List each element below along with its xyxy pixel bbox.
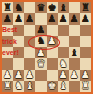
piece-white-pawn: ♟ xyxy=(70,70,79,80)
square-g1[interactable] xyxy=(69,81,80,92)
piece-black-pawn: ♟ xyxy=(48,14,57,24)
piece-black-pawn: ♟ xyxy=(36,25,45,35)
piece-black-rook: ♜ xyxy=(3,3,12,13)
square-e7[interactable]: ♟ xyxy=(47,13,58,24)
piece-black-pawn: ♟ xyxy=(3,14,12,24)
square-h1[interactable]: ♜ xyxy=(80,81,91,92)
square-f2[interactable]: ♟ xyxy=(58,70,69,81)
piece-black-bishop: ♝ xyxy=(59,3,68,13)
square-c7[interactable]: ♟ xyxy=(24,13,35,24)
square-e3[interactable] xyxy=(47,58,58,69)
piece-white-knight: ♞ xyxy=(59,59,68,69)
square-f1[interactable]: ♝ xyxy=(58,81,69,92)
square-b7[interactable]: ♟ xyxy=(13,13,24,24)
square-f8[interactable]: ♝ xyxy=(58,2,69,13)
square-h8[interactable]: ♜ xyxy=(80,2,91,13)
square-f3[interactable]: ♞ xyxy=(58,58,69,69)
piece-black-king: ♚ xyxy=(48,3,57,13)
square-a8[interactable]: ♜ xyxy=(2,2,13,13)
piece-black-knight: ♞ xyxy=(14,3,23,13)
annotation-text-line2: trick xyxy=(2,38,17,45)
annotation-text-line1: Best xyxy=(2,26,17,33)
square-h6[interactable] xyxy=(80,25,91,36)
piece-black-pawn: ♟ xyxy=(25,14,34,24)
piece-white-knight: ♞ xyxy=(14,81,23,91)
piece-black-queen: ♛ xyxy=(36,3,45,13)
piece-black-pawn: ♟ xyxy=(70,14,79,24)
piece-white-pawn: ♟ xyxy=(14,70,23,80)
piece-white-bishop: ♝ xyxy=(59,81,68,91)
piece-white-pawn: ♟ xyxy=(59,70,68,80)
piece-black-pawn: ♟ xyxy=(14,14,23,24)
piece-black-pawn: ♟ xyxy=(59,14,68,24)
square-d2[interactable] xyxy=(35,70,46,81)
square-b3[interactable] xyxy=(13,58,24,69)
square-a7[interactable]: ♟ xyxy=(2,13,13,24)
square-e1[interactable]: ♚ xyxy=(47,81,58,92)
square-g4[interactable]: ♝ xyxy=(69,47,80,58)
square-d1[interactable] xyxy=(35,81,46,92)
piece-white-pawn: ♟ xyxy=(3,70,12,80)
square-c3[interactable] xyxy=(24,58,35,69)
square-g6[interactable] xyxy=(69,25,80,36)
piece-white-pawn: ♟ xyxy=(25,70,34,80)
annotation-text-line3: ever! xyxy=(2,49,19,56)
square-c6[interactable] xyxy=(24,25,35,36)
square-h7[interactable]: ♟ xyxy=(80,13,91,24)
piece-black-pawn: ♟ xyxy=(81,14,90,24)
square-f6[interactable] xyxy=(58,25,69,36)
square-g3[interactable] xyxy=(69,58,80,69)
piece-white-bishop: ♝ xyxy=(25,81,34,91)
square-h4[interactable] xyxy=(80,47,91,58)
chess-board-frame: ♜♞♛♚♝♜♟♟♟♟♟♟♟♟♞♟♟♝♛♞♟♟♟♟♟♟♜♞♝♚♝♜ Best tr… xyxy=(0,0,93,94)
square-g8[interactable] xyxy=(69,2,80,13)
square-c4[interactable] xyxy=(24,47,35,58)
square-d8[interactable]: ♛ xyxy=(35,2,46,13)
piece-white-rook: ♜ xyxy=(81,81,90,91)
highlight-ellipse xyxy=(28,35,60,50)
square-a1[interactable]: ♜ xyxy=(2,81,13,92)
square-g5[interactable] xyxy=(69,36,80,47)
square-h5[interactable] xyxy=(80,36,91,47)
square-e8[interactable]: ♚ xyxy=(47,2,58,13)
piece-black-bishop: ♝ xyxy=(70,48,79,58)
square-e6[interactable] xyxy=(47,25,58,36)
square-h2[interactable]: ♟ xyxy=(80,70,91,81)
square-d3[interactable]: ♛ xyxy=(35,58,46,69)
square-c8[interactable] xyxy=(24,2,35,13)
square-g7[interactable]: ♟ xyxy=(69,13,80,24)
square-b8[interactable]: ♞ xyxy=(13,2,24,13)
square-b1[interactable]: ♞ xyxy=(13,81,24,92)
square-b2[interactable]: ♟ xyxy=(13,70,24,81)
square-e2[interactable] xyxy=(47,70,58,81)
piece-white-king: ♚ xyxy=(48,81,57,91)
square-a2[interactable]: ♟ xyxy=(2,70,13,81)
piece-black-rook: ♜ xyxy=(81,3,90,13)
piece-white-queen: ♛ xyxy=(36,59,45,69)
square-c1[interactable]: ♝ xyxy=(24,81,35,92)
square-h3[interactable] xyxy=(80,58,91,69)
piece-white-pawn: ♟ xyxy=(81,70,90,80)
square-d7[interactable] xyxy=(35,13,46,24)
square-c2[interactable]: ♟ xyxy=(24,70,35,81)
square-a3[interactable] xyxy=(2,58,13,69)
square-f4[interactable] xyxy=(58,47,69,58)
square-f7[interactable]: ♟ xyxy=(58,13,69,24)
piece-white-rook: ♜ xyxy=(3,81,12,91)
square-g2[interactable]: ♟ xyxy=(69,70,80,81)
